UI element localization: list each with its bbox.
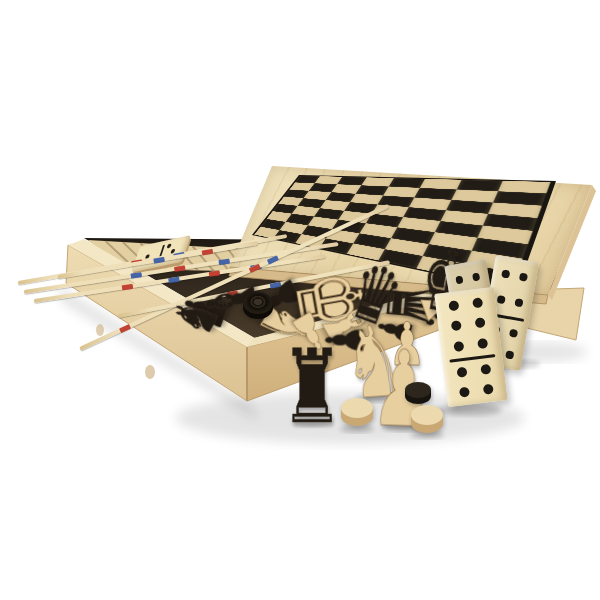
disc-top	[405, 382, 431, 398]
checker-disc-black	[405, 382, 431, 404]
disc-top	[411, 405, 443, 425]
checker-disc-natural	[411, 405, 443, 433]
pieces-front: ♜♞♟♟	[0, 0, 600, 600]
checker-disc-natural	[341, 398, 373, 426]
scene: ♟♝♟♚♞♝♟♛♟♛♝♚♟♞ ♜♞♟♟	[0, 0, 600, 600]
disc-top	[341, 398, 373, 418]
chess-piece-black-rook: ♜	[281, 336, 343, 438]
